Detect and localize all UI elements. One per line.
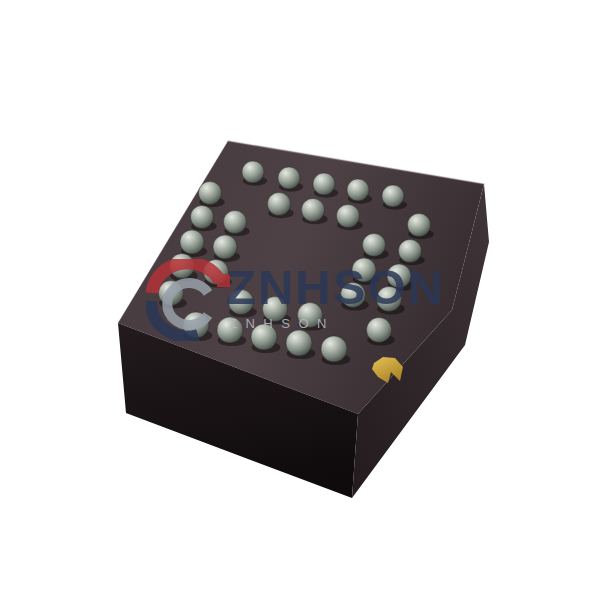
solder-ball — [341, 283, 366, 308]
chip-photo — [0, 0, 600, 600]
solder-ball — [170, 254, 195, 279]
solder-ball — [313, 173, 335, 195]
solder-ball — [251, 324, 277, 350]
solder-ball — [286, 330, 312, 356]
photo-scene: ZNHSON ZNHSON — [0, 0, 600, 600]
solder-ball — [183, 312, 209, 338]
solder-ball — [204, 260, 229, 285]
solder-ball — [263, 297, 288, 322]
solder-ball — [298, 303, 323, 328]
solder-ball — [213, 235, 237, 259]
solder-ball — [217, 317, 243, 343]
solder-ball — [229, 290, 254, 315]
solder-ball — [242, 161, 264, 183]
solder-ball — [367, 318, 392, 343]
solder-ball — [191, 206, 214, 229]
product-photo-canvas: { "photo_subject": "dark surface-mount I… — [0, 0, 600, 600]
solder-ball — [382, 185, 404, 207]
solder-ball — [377, 287, 402, 312]
solder-ball — [159, 281, 184, 306]
solder-ball — [278, 167, 300, 189]
solder-ball — [268, 193, 291, 216]
solder-ball — [337, 205, 360, 228]
solder-ball — [387, 264, 411, 288]
solder-ball — [399, 240, 422, 263]
solder-ball — [321, 336, 347, 362]
solder-ball — [302, 199, 325, 222]
solder-ball — [199, 182, 222, 205]
solder-ball — [180, 230, 204, 254]
solder-ball — [224, 211, 247, 234]
solder-ball — [347, 179, 369, 201]
solder-ball — [363, 234, 386, 257]
solder-ball — [408, 214, 431, 237]
solder-ball — [352, 258, 376, 282]
